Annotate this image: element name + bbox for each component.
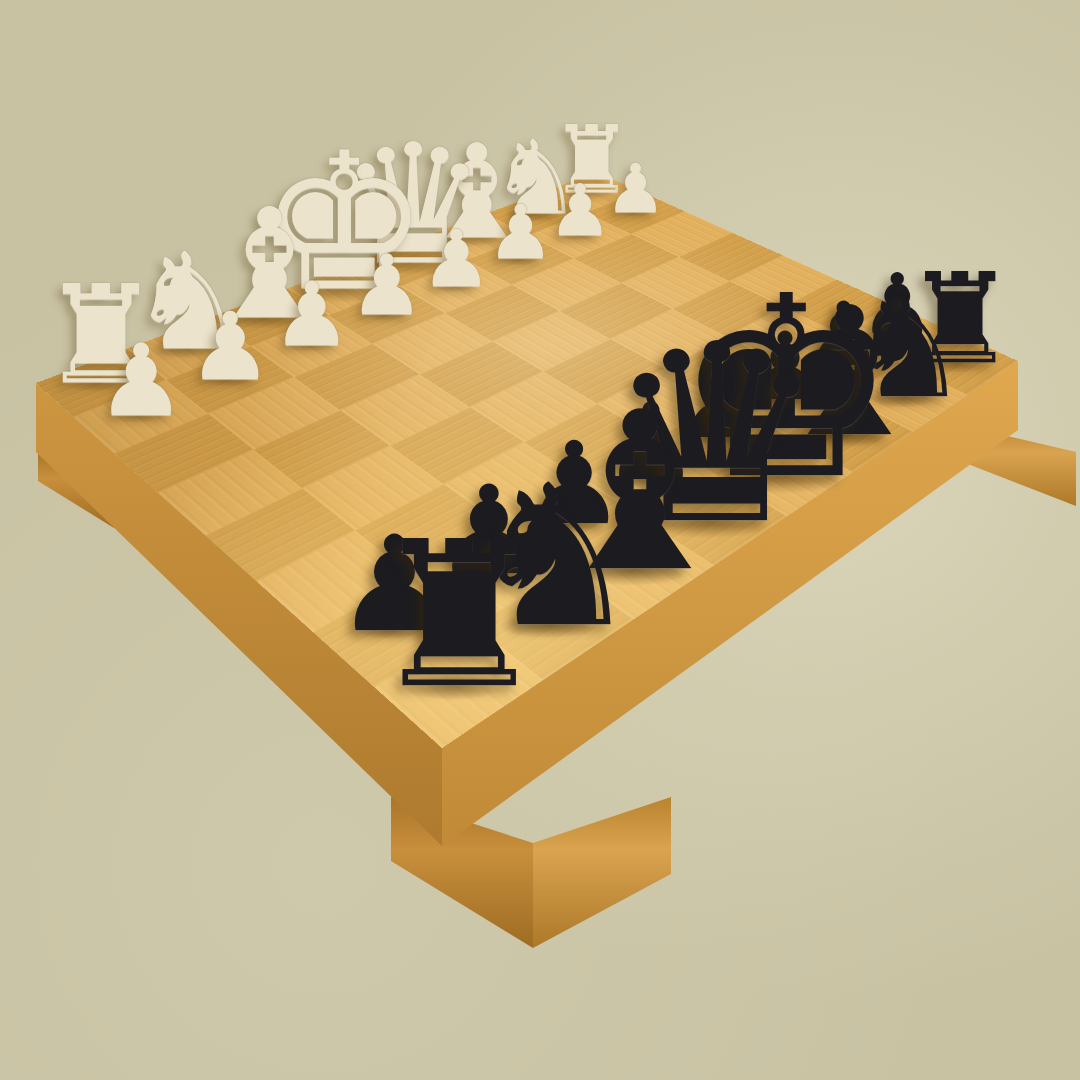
photo-background: ♜♞♝♚♛♝♞♜♟♟♟♟♟♟♟♟♟♟♟♟♟♟♟♟♜♞♝♛♚♝♞♜ (0, 0, 1080, 1080)
piece-white-pawn-h2[interactable]: ♟ (605, 155, 666, 223)
pieces-layer: ♜♞♝♚♛♝♞♜♟♟♟♟♟♟♟♟♟♟♟♟♟♟♟♟♜♞♝♛♚♝♞♜ (0, 0, 1080, 1080)
piece-white-pawn-c2[interactable]: ♟ (272, 271, 351, 359)
piece-white-pawn-g2[interactable]: ♟ (548, 175, 612, 246)
piece-white-pawn-b2[interactable]: ♟ (188, 300, 272, 394)
piece-white-pawn-f2[interactable]: ♟ (487, 196, 554, 271)
piece-black-rook-a8[interactable]: ♜ (369, 515, 549, 716)
piece-white-pawn-e2[interactable]: ♟ (421, 219, 492, 298)
piece-white-pawn-d2[interactable]: ♟ (350, 244, 425, 327)
piece-white-pawn-a2[interactable]: ♟ (97, 332, 186, 432)
